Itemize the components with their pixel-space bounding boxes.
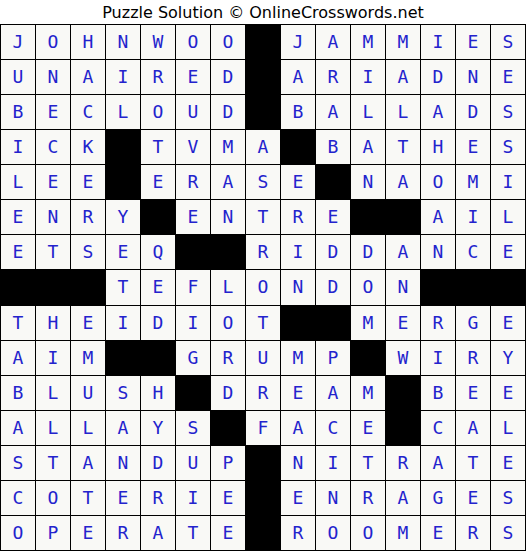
black-cell <box>71 270 105 304</box>
letter-cell: T <box>246 306 280 340</box>
black-cell <box>176 376 210 410</box>
black-cell <box>316 306 350 340</box>
letter-cell: L <box>36 411 70 445</box>
letter-cell: N <box>281 446 315 480</box>
black-cell <box>211 235 245 269</box>
black-cell <box>491 270 525 304</box>
letter-cell: A <box>421 200 455 234</box>
letter-cell: T <box>36 446 70 480</box>
letter-cell: R <box>421 306 455 340</box>
letter-cell: S <box>491 130 525 164</box>
letter-cell: M <box>211 130 245 164</box>
letter-cell: B <box>1 95 35 129</box>
letter-cell: O <box>211 306 245 340</box>
letter-cell: A <box>386 481 420 515</box>
letter-cell: C <box>36 130 70 164</box>
letter-cell: O <box>211 25 245 59</box>
letter-cell: L <box>106 95 140 129</box>
letter-cell: E <box>36 165 70 199</box>
letter-cell: O <box>36 481 70 515</box>
letter-cell: Q <box>141 235 175 269</box>
letter-cell: S <box>491 481 525 515</box>
letter-cell: R <box>456 516 490 550</box>
black-cell <box>246 95 280 129</box>
letter-cell: E <box>491 235 525 269</box>
letter-cell: F <box>246 411 280 445</box>
letter-cell: L <box>71 411 105 445</box>
black-cell <box>176 235 210 269</box>
letter-cell: N <box>351 165 385 199</box>
letter-cell: E <box>456 481 490 515</box>
black-cell <box>386 411 420 445</box>
letter-cell: D <box>456 95 490 129</box>
letter-cell: E <box>281 165 315 199</box>
letter-cell: P <box>316 341 350 375</box>
letter-cell: E <box>491 306 525 340</box>
black-cell <box>351 200 385 234</box>
letter-cell: E <box>456 130 490 164</box>
letter-cell: B <box>316 130 350 164</box>
black-cell <box>351 341 385 375</box>
letter-cell: E <box>1 200 35 234</box>
letter-cell: R <box>281 516 315 550</box>
letter-cell: R <box>281 200 315 234</box>
letter-cell: Y <box>106 200 140 234</box>
letter-cell: M <box>71 341 105 375</box>
black-cell <box>316 165 350 199</box>
letter-cell: E <box>1 235 35 269</box>
letter-cell: N <box>106 446 140 480</box>
letter-cell: G <box>421 481 455 515</box>
letter-cell: L <box>211 270 245 304</box>
letter-cell: U <box>176 95 210 129</box>
letter-cell: G <box>456 306 490 340</box>
letter-cell: E <box>71 165 105 199</box>
letter-cell: S <box>491 516 525 550</box>
letter-cell: Y <box>491 341 525 375</box>
letter-cell: A <box>246 130 280 164</box>
letter-cell: O <box>351 516 385 550</box>
black-cell <box>106 130 140 164</box>
letter-cell: E <box>491 446 525 480</box>
letter-cell: E <box>176 60 210 94</box>
letter-cell: R <box>316 60 350 94</box>
letter-cell: E <box>456 25 490 59</box>
letter-cell: N <box>456 60 490 94</box>
black-cell <box>246 25 280 59</box>
letter-cell: J <box>281 25 315 59</box>
letter-cell: A <box>1 341 35 375</box>
letter-cell: E <box>36 95 70 129</box>
letter-cell: A <box>211 165 245 199</box>
letter-cell: G <box>176 341 210 375</box>
letter-cell: E <box>386 306 420 340</box>
letter-cell: E <box>71 516 105 550</box>
letter-cell: T <box>386 130 420 164</box>
letter-cell: A <box>421 446 455 480</box>
letter-cell: R <box>71 200 105 234</box>
letter-cell: O <box>421 165 455 199</box>
letter-cell: J <box>1 25 35 59</box>
letter-cell: D <box>211 60 245 94</box>
letter-cell: T <box>456 446 490 480</box>
letter-cell: S <box>246 165 280 199</box>
letter-cell: A <box>386 165 420 199</box>
letter-cell: R <box>211 341 245 375</box>
letter-cell: N <box>106 25 140 59</box>
letter-cell: O <box>176 25 210 59</box>
letter-cell: E <box>491 60 525 94</box>
letter-cell: C <box>1 481 35 515</box>
letter-cell: I <box>421 25 455 59</box>
black-cell <box>246 516 280 550</box>
letter-cell: C <box>71 95 105 129</box>
letter-cell: R <box>141 481 175 515</box>
letter-cell: I <box>106 60 140 94</box>
letter-cell: R <box>456 341 490 375</box>
letter-cell: R <box>246 376 280 410</box>
letter-cell: V <box>176 130 210 164</box>
letter-cell: R <box>386 446 420 480</box>
letter-cell: R <box>141 60 175 94</box>
black-cell <box>141 341 175 375</box>
letter-cell: E <box>316 200 350 234</box>
letter-cell: Y <box>141 411 175 445</box>
letter-cell: D <box>141 306 175 340</box>
black-cell <box>106 165 140 199</box>
letter-cell: E <box>351 411 385 445</box>
letter-cell: L <box>491 411 525 445</box>
letter-cell: I <box>421 341 455 375</box>
letter-cell: A <box>281 411 315 445</box>
letter-cell: I <box>36 341 70 375</box>
letter-cell: O <box>246 270 280 304</box>
letter-cell: U <box>71 376 105 410</box>
letter-cell: L <box>386 95 420 129</box>
letter-cell: A <box>351 130 385 164</box>
letter-cell: T <box>176 516 210 550</box>
letter-cell: M <box>351 306 385 340</box>
letter-cell: I <box>106 306 140 340</box>
letter-cell: O <box>36 25 70 59</box>
black-cell <box>386 376 420 410</box>
letter-cell: T <box>106 270 140 304</box>
letter-cell: A <box>1 411 35 445</box>
letter-cell: E <box>491 376 525 410</box>
letter-cell: S <box>491 95 525 129</box>
black-cell <box>246 446 280 480</box>
letter-cell: N <box>36 60 70 94</box>
letter-cell: E <box>421 516 455 550</box>
black-cell <box>246 60 280 94</box>
letter-cell: C <box>316 411 350 445</box>
letter-cell: R <box>246 235 280 269</box>
letter-cell: D <box>141 446 175 480</box>
letter-cell: D <box>316 235 350 269</box>
letter-cell: E <box>141 165 175 199</box>
letter-cell: L <box>36 376 70 410</box>
letter-cell: O <box>141 95 175 129</box>
letter-cell: W <box>386 341 420 375</box>
letter-cell: S <box>106 376 140 410</box>
letter-cell: U <box>176 446 210 480</box>
letter-cell: I <box>351 60 385 94</box>
letter-cell: I <box>176 481 210 515</box>
letter-cell: H <box>71 25 105 59</box>
letter-cell: A <box>456 411 490 445</box>
letter-cell: M <box>351 376 385 410</box>
letter-cell: I <box>281 235 315 269</box>
letter-cell: C <box>456 235 490 269</box>
letter-cell: A <box>71 60 105 94</box>
letter-cell: T <box>1 306 35 340</box>
letter-cell: T <box>36 235 70 269</box>
letter-cell: O <box>351 270 385 304</box>
black-cell <box>1 270 35 304</box>
letter-cell: K <box>71 130 105 164</box>
letter-cell: A <box>106 411 140 445</box>
letter-cell: L <box>1 165 35 199</box>
letter-cell: A <box>141 516 175 550</box>
letter-cell: L <box>491 200 525 234</box>
letter-cell: C <box>421 411 455 445</box>
letter-cell: O <box>1 516 35 550</box>
letter-cell: D <box>421 60 455 94</box>
letter-cell: A <box>71 446 105 480</box>
letter-cell: D <box>211 95 245 129</box>
letter-cell: I <box>456 200 490 234</box>
black-cell <box>386 200 420 234</box>
letter-cell: N <box>281 270 315 304</box>
black-cell <box>106 341 140 375</box>
letter-cell: E <box>106 235 140 269</box>
letter-cell: N <box>316 481 350 515</box>
page-title: Puzzle Solution © OnlineCrosswords.net <box>102 3 424 22</box>
letter-cell: R <box>106 516 140 550</box>
letter-cell: H <box>141 376 175 410</box>
letter-cell: E <box>281 376 315 410</box>
letter-cell: E <box>176 200 210 234</box>
letter-cell: I <box>176 306 210 340</box>
letter-cell: U <box>1 60 35 94</box>
letter-cell: W <box>141 25 175 59</box>
letter-cell: A <box>386 60 420 94</box>
letter-cell: R <box>351 481 385 515</box>
letter-cell: P <box>211 446 245 480</box>
black-cell <box>456 270 490 304</box>
letter-cell: M <box>456 165 490 199</box>
letter-cell: U <box>246 341 280 375</box>
crossword-grid: JOHNWOOJAMMIESUNAIREDARIADNEBECLOUDBALLA… <box>0 24 526 551</box>
letter-cell: B <box>421 376 455 410</box>
letter-cell: L <box>351 95 385 129</box>
letter-cell: E <box>141 270 175 304</box>
letter-cell: S <box>71 235 105 269</box>
letter-cell: A <box>316 376 350 410</box>
letter-cell: M <box>386 25 420 59</box>
letter-cell: M <box>386 516 420 550</box>
letter-cell: N <box>36 200 70 234</box>
black-cell <box>246 481 280 515</box>
letter-cell: O <box>316 516 350 550</box>
black-cell <box>36 270 70 304</box>
letter-cell: T <box>71 481 105 515</box>
black-cell <box>141 200 175 234</box>
letter-cell: B <box>281 95 315 129</box>
letter-cell: A <box>281 60 315 94</box>
letter-cell: H <box>421 130 455 164</box>
letter-cell: S <box>491 25 525 59</box>
black-cell <box>281 130 315 164</box>
letter-cell: N <box>211 200 245 234</box>
letter-cell: M <box>281 341 315 375</box>
letter-cell: T <box>246 200 280 234</box>
letter-cell: I <box>491 165 525 199</box>
letter-cell: E <box>106 481 140 515</box>
black-cell <box>421 270 455 304</box>
letter-cell: D <box>316 270 350 304</box>
letter-cell: S <box>1 446 35 480</box>
letter-cell: A <box>421 95 455 129</box>
letter-cell: E <box>211 481 245 515</box>
letter-cell: N <box>421 235 455 269</box>
letter-cell: A <box>386 235 420 269</box>
letter-cell: R <box>176 165 210 199</box>
letter-cell: A <box>316 25 350 59</box>
letter-cell: T <box>141 130 175 164</box>
letter-cell: E <box>211 516 245 550</box>
letter-cell: P <box>36 516 70 550</box>
letter-cell: B <box>1 376 35 410</box>
letter-cell: M <box>351 25 385 59</box>
letter-cell: T <box>351 446 385 480</box>
letter-cell: E <box>456 376 490 410</box>
letter-cell: H <box>36 306 70 340</box>
letter-cell: I <box>316 446 350 480</box>
letter-cell: S <box>176 411 210 445</box>
title-bar: Puzzle Solution © OnlineCrosswords.net <box>0 0 526 24</box>
letter-cell: D <box>211 376 245 410</box>
letter-cell: I <box>1 130 35 164</box>
black-cell <box>211 411 245 445</box>
letter-cell: F <box>176 270 210 304</box>
letter-cell: D <box>351 235 385 269</box>
letter-cell: E <box>71 306 105 340</box>
letter-cell: A <box>316 95 350 129</box>
letter-cell: N <box>386 270 420 304</box>
letter-cell: E <box>281 481 315 515</box>
black-cell <box>281 306 315 340</box>
